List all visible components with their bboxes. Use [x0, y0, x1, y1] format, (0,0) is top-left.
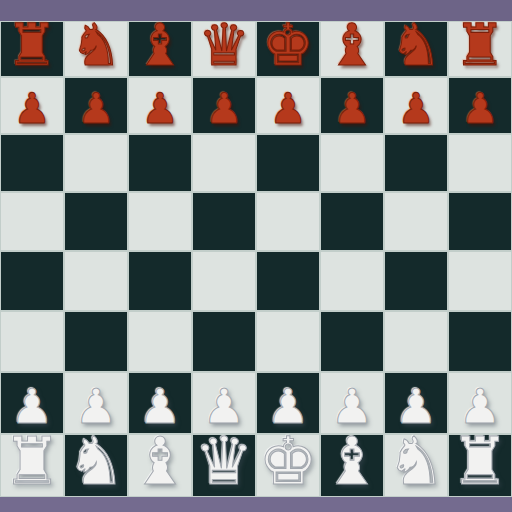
square-c5[interactable]	[128, 192, 192, 251]
piece-black-pawn[interactable]: ♟	[397, 88, 435, 130]
piece-black-pawn[interactable]: ♟	[77, 88, 115, 130]
square-h5[interactable]	[448, 192, 512, 251]
piece-white-queen[interactable]: ♛	[194, 429, 253, 495]
square-c3[interactable]	[128, 311, 192, 372]
square-h7[interactable]: ♟	[448, 77, 512, 134]
square-a4[interactable]	[0, 251, 64, 311]
square-f8[interactable]: ♝	[320, 21, 384, 77]
piece-black-pawn[interactable]: ♟	[13, 88, 51, 130]
chess-board[interactable]: ♜♞♝♛♚♝♞♜♟♟♟♟♟♟♟♟♟♟♟♟♟♟♟♟♜♞♝♛♚♝♞♜	[0, 21, 512, 497]
square-b8[interactable]: ♞	[64, 21, 128, 77]
piece-black-rook[interactable]: ♜	[6, 16, 58, 74]
square-h1[interactable]: ♜	[448, 434, 512, 497]
square-f4[interactable]	[320, 251, 384, 311]
square-g3[interactable]	[384, 311, 448, 372]
piece-black-knight[interactable]: ♞	[390, 16, 442, 74]
square-c1[interactable]: ♝	[128, 434, 192, 497]
piece-white-king[interactable]: ♚	[258, 429, 317, 495]
square-a6[interactable]	[0, 134, 64, 192]
piece-white-knight[interactable]: ♞	[66, 429, 125, 495]
square-a3[interactable]	[0, 311, 64, 372]
square-c8[interactable]: ♝	[128, 21, 192, 77]
square-f5[interactable]	[320, 192, 384, 251]
square-d8[interactable]: ♛	[192, 21, 256, 77]
square-b5[interactable]	[64, 192, 128, 251]
chess-table-scene: ♜♞♝♛♚♝♞♜♟♟♟♟♟♟♟♟♟♟♟♟♟♟♟♟♜♞♝♛♚♝♞♜	[0, 0, 512, 512]
square-f6[interactable]	[320, 134, 384, 192]
square-d5[interactable]	[192, 192, 256, 251]
square-d7[interactable]: ♟	[192, 77, 256, 134]
square-e4[interactable]	[256, 251, 320, 311]
piece-black-pawn[interactable]: ♟	[269, 88, 307, 130]
square-e5[interactable]	[256, 192, 320, 251]
square-c4[interactable]	[128, 251, 192, 311]
square-e8[interactable]: ♚	[256, 21, 320, 77]
piece-black-pawn[interactable]: ♟	[461, 88, 499, 130]
square-h4[interactable]	[448, 251, 512, 311]
square-a7[interactable]: ♟	[0, 77, 64, 134]
square-e6[interactable]	[256, 134, 320, 192]
piece-black-bishop[interactable]: ♝	[326, 16, 378, 74]
square-g1[interactable]: ♞	[384, 434, 448, 497]
square-g8[interactable]: ♞	[384, 21, 448, 77]
square-d4[interactable]	[192, 251, 256, 311]
square-b7[interactable]: ♟	[64, 77, 128, 134]
piece-white-rook[interactable]: ♜	[2, 429, 61, 495]
square-a5[interactable]	[0, 192, 64, 251]
square-a1[interactable]: ♜	[0, 434, 64, 497]
square-e7[interactable]: ♟	[256, 77, 320, 134]
square-g6[interactable]	[384, 134, 448, 192]
square-a8[interactable]: ♜	[0, 21, 64, 77]
square-g4[interactable]	[384, 251, 448, 311]
square-c6[interactable]	[128, 134, 192, 192]
square-f1[interactable]: ♝	[320, 434, 384, 497]
piece-black-bishop[interactable]: ♝	[134, 16, 186, 74]
piece-black-knight[interactable]: ♞	[70, 16, 122, 74]
piece-white-bishop[interactable]: ♝	[322, 429, 381, 495]
piece-black-king[interactable]: ♚	[262, 16, 314, 74]
square-e3[interactable]	[256, 311, 320, 372]
square-c7[interactable]: ♟	[128, 77, 192, 134]
piece-black-pawn[interactable]: ♟	[205, 88, 243, 130]
square-b1[interactable]: ♞	[64, 434, 128, 497]
piece-white-bishop[interactable]: ♝	[130, 429, 189, 495]
piece-black-pawn[interactable]: ♟	[333, 88, 371, 130]
square-b4[interactable]	[64, 251, 128, 311]
square-b3[interactable]	[64, 311, 128, 372]
square-d6[interactable]	[192, 134, 256, 192]
square-g7[interactable]: ♟	[384, 77, 448, 134]
piece-black-queen[interactable]: ♛	[198, 16, 250, 74]
piece-black-rook[interactable]: ♜	[454, 16, 506, 74]
square-d1[interactable]: ♛	[192, 434, 256, 497]
square-h3[interactable]	[448, 311, 512, 372]
square-f3[interactable]	[320, 311, 384, 372]
square-e1[interactable]: ♚	[256, 434, 320, 497]
square-g5[interactable]	[384, 192, 448, 251]
piece-white-knight[interactable]: ♞	[386, 429, 445, 495]
square-b6[interactable]	[64, 134, 128, 192]
square-h8[interactable]: ♜	[448, 21, 512, 77]
square-d3[interactable]	[192, 311, 256, 372]
piece-white-rook[interactable]: ♜	[450, 429, 509, 495]
piece-black-pawn[interactable]: ♟	[141, 88, 179, 130]
square-f7[interactable]: ♟	[320, 77, 384, 134]
square-h6[interactable]	[448, 134, 512, 192]
